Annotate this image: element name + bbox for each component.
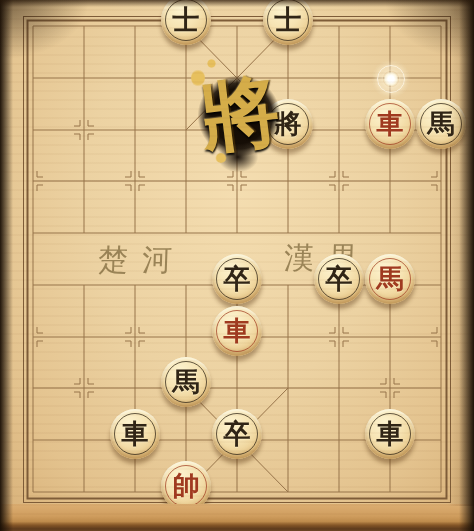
- piece-black-chariot[interactable]: 車: [110, 409, 160, 459]
- piece-character: 將: [275, 109, 302, 139]
- piece-black-soldier[interactable]: 卒: [212, 409, 262, 459]
- piece-character: 馬: [377, 264, 404, 294]
- piece-black-chariot[interactable]: 車: [365, 409, 415, 459]
- piece-character: 馬: [173, 367, 200, 397]
- piece-character: 卒: [326, 264, 353, 294]
- piece-character: 車: [224, 316, 251, 346]
- piece-black-soldier[interactable]: 卒: [212, 254, 262, 304]
- piece-red-chariot[interactable]: 車: [365, 99, 415, 149]
- river-label-left: 楚河: [97, 240, 186, 281]
- piece-character: 車: [377, 109, 404, 139]
- piece-black-horse[interactable]: 馬: [161, 357, 211, 407]
- piece-character: 車: [377, 419, 404, 449]
- piece-character: 卒: [224, 264, 251, 294]
- piece-character: 士: [275, 5, 302, 35]
- piece-black-general[interactable]: 將: [263, 99, 313, 149]
- piece-character: 車: [122, 419, 149, 449]
- piece-character: 士: [173, 5, 200, 35]
- piece-black-horse[interactable]: 馬: [416, 99, 466, 149]
- piece-red-chariot[interactable]: 車: [212, 306, 262, 356]
- piece-red-horse[interactable]: 馬: [365, 254, 415, 304]
- piece-character: 馬: [428, 109, 455, 139]
- piece-character: 帥: [173, 471, 200, 501]
- piece-black-soldier[interactable]: 卒: [314, 254, 364, 304]
- board-front-edge: [0, 504, 474, 531]
- piece-character: 卒: [224, 419, 251, 449]
- xiangqi-board-screen: 楚河 漢界 士士將馬車卒卒馬車馬車卒車帥 將: [0, 0, 474, 531]
